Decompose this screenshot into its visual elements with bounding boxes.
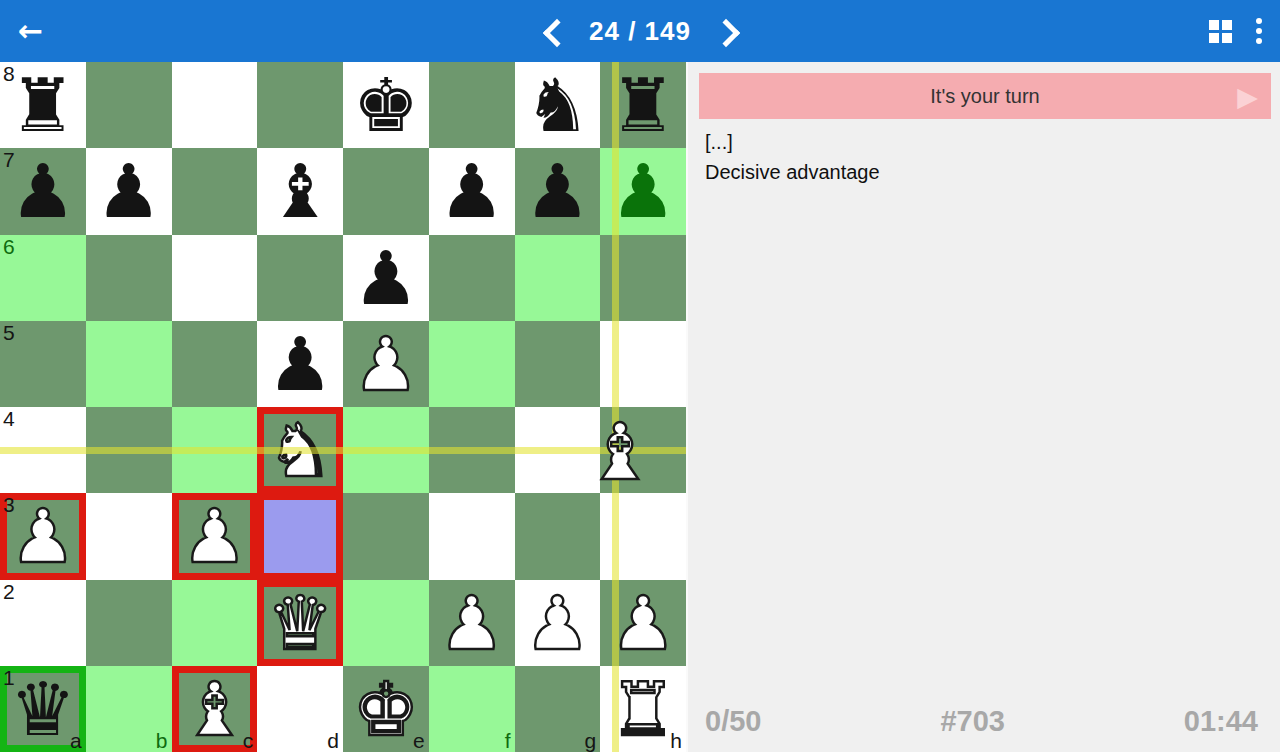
square-a2[interactable]: 2 xyxy=(0,580,86,666)
square-a8[interactable]: 8♜ xyxy=(0,62,86,148)
square-a3[interactable]: 3♟ xyxy=(0,493,86,579)
black-pawn: ♟ xyxy=(353,241,419,315)
moves-placeholder[interactable]: [...] xyxy=(705,127,1280,157)
square-e1[interactable]: e♚ xyxy=(343,666,429,752)
square-c1[interactable]: c♝ xyxy=(172,666,258,752)
rank-label-5: 5 xyxy=(3,321,15,345)
file-label-e: e xyxy=(413,729,425,752)
square-f1[interactable]: f xyxy=(429,666,515,752)
square-f2[interactable]: ♟ xyxy=(429,580,515,666)
square-a5[interactable]: 5 xyxy=(0,321,86,407)
file-label-d: d xyxy=(327,729,339,752)
square-f3[interactable] xyxy=(429,493,515,579)
file-label-b: b xyxy=(156,729,168,752)
square-d6[interactable] xyxy=(257,235,343,321)
white-pawn: ♟ xyxy=(524,586,590,660)
grid-view-icon[interactable] xyxy=(1209,20,1232,43)
play-icon: ▶ xyxy=(1237,83,1258,110)
black-knight: ♞ xyxy=(524,68,590,142)
square-g3[interactable] xyxy=(515,493,601,579)
square-c5[interactable] xyxy=(172,321,258,407)
file-label-c: c xyxy=(243,729,254,752)
square-g8[interactable]: ♞ xyxy=(515,62,601,148)
square-d3[interactable] xyxy=(257,493,343,579)
square-g7[interactable]: ♟ xyxy=(515,148,601,234)
file-label-h: h xyxy=(670,729,682,752)
file-label-f: f xyxy=(505,729,511,752)
file-label-a: a xyxy=(70,729,82,752)
black-queen: ♛ xyxy=(10,672,76,746)
next-puzzle-chevron-right-icon[interactable] xyxy=(715,19,739,43)
black-pawn: ♟ xyxy=(438,154,504,228)
white-pawn: ♟ xyxy=(353,327,419,401)
square-b6[interactable] xyxy=(86,235,172,321)
square-g1[interactable]: g xyxy=(515,666,601,752)
black-pawn: ♟ xyxy=(267,327,333,401)
chess-board[interactable]: 8♜♚♞♜7♟♟♝♟♟♟6♟5♟♟4♞3♟♟2♛♟♟♟1a♛bc♝de♚fgh♜ xyxy=(0,62,686,752)
square-d8[interactable] xyxy=(257,62,343,148)
white-pawn: ♟ xyxy=(10,499,76,573)
black-pawn: ♟ xyxy=(95,154,161,228)
white-pawn: ♟ xyxy=(438,586,504,660)
square-a1[interactable]: 1a♛ xyxy=(0,666,86,752)
app-bar-actions xyxy=(1209,16,1264,46)
square-e2[interactable] xyxy=(343,580,429,666)
black-bishop: ♝ xyxy=(267,154,333,228)
rank-label-1: 1 xyxy=(3,666,15,690)
white-pawn: ♟ xyxy=(610,586,676,660)
white-pawn: ♟ xyxy=(181,499,247,573)
square-d1[interactable]: d xyxy=(257,666,343,752)
square-b5[interactable] xyxy=(86,321,172,407)
puzzle-number: #703 xyxy=(940,705,1005,738)
white-rook: ♜ xyxy=(610,672,676,746)
black-rook: ♜ xyxy=(610,68,676,142)
score-counter: 0/50 xyxy=(705,705,761,738)
square-f8[interactable] xyxy=(429,62,515,148)
square-e7[interactable] xyxy=(343,148,429,234)
timer: 01:44 xyxy=(1184,705,1258,738)
square-a7[interactable]: 7♟ xyxy=(0,148,86,234)
square-d7[interactable]: ♝ xyxy=(257,148,343,234)
square-b2[interactable] xyxy=(86,580,172,666)
puzzle-navigation: 24 / 149 xyxy=(541,0,739,62)
square-b3[interactable] xyxy=(86,493,172,579)
square-b7[interactable]: ♟ xyxy=(86,148,172,234)
overflow-menu-icon[interactable] xyxy=(1254,16,1264,46)
rank-label-3: 3 xyxy=(3,493,15,517)
puzzle-counter: 24 / 149 xyxy=(589,16,691,47)
previous-puzzle-chevron-left-icon[interactable] xyxy=(541,19,565,43)
evaluation-text: Decisive advantage xyxy=(705,157,1280,187)
square-f5[interactable] xyxy=(429,321,515,407)
black-king: ♚ xyxy=(353,68,419,142)
status-line: 0/50 #703 01:44 xyxy=(688,705,1280,738)
rank-label-6: 6 xyxy=(3,235,15,259)
white-queen: ♛ xyxy=(267,586,333,660)
square-c3[interactable]: ♟ xyxy=(172,493,258,579)
square-c8[interactable] xyxy=(172,62,258,148)
square-e6[interactable]: ♟ xyxy=(343,235,429,321)
black-pawn: ♟ xyxy=(10,154,76,228)
square-d2[interactable]: ♛ xyxy=(257,580,343,666)
black-pawn: ♟ xyxy=(524,154,590,228)
square-e8[interactable]: ♚ xyxy=(343,62,429,148)
rank-label-7: 7 xyxy=(3,148,15,172)
analysis-panel: It's your turn ▶ [...] Decisive advantag… xyxy=(686,62,1280,752)
app-bar: ← 24 / 149 xyxy=(0,0,1280,62)
turn-banner[interactable]: It's your turn ▶ xyxy=(699,73,1271,119)
move-list: [...] Decisive advantage xyxy=(688,119,1280,187)
turn-banner-label: It's your turn xyxy=(930,85,1039,108)
square-f6[interactable] xyxy=(429,235,515,321)
file-label-g: g xyxy=(585,729,597,752)
square-e5[interactable]: ♟ xyxy=(343,321,429,407)
square-b8[interactable] xyxy=(86,62,172,148)
dragged-white-bishop[interactable]: ♝ xyxy=(577,409,663,495)
rank-label-8: 8 xyxy=(3,62,15,86)
square-g2[interactable]: ♟ xyxy=(515,580,601,666)
rank-label-4: 4 xyxy=(3,407,15,431)
rank-label-2: 2 xyxy=(3,580,15,604)
black-pawn: ♟ xyxy=(610,154,676,228)
square-e3[interactable] xyxy=(343,493,429,579)
square-g6[interactable] xyxy=(515,235,601,321)
square-d5[interactable]: ♟ xyxy=(257,321,343,407)
square-f7[interactable]: ♟ xyxy=(429,148,515,234)
back-icon[interactable]: ← xyxy=(18,16,43,46)
square-a6[interactable]: 6 xyxy=(0,235,86,321)
square-c2[interactable] xyxy=(172,580,258,666)
white-bishop: ♝ xyxy=(181,672,247,746)
black-rook: ♜ xyxy=(10,68,76,142)
square-c7[interactable] xyxy=(172,148,258,234)
square-c6[interactable] xyxy=(172,235,258,321)
white-king: ♚ xyxy=(353,672,419,746)
square-g5[interactable] xyxy=(515,321,601,407)
square-b1[interactable]: b xyxy=(86,666,172,752)
